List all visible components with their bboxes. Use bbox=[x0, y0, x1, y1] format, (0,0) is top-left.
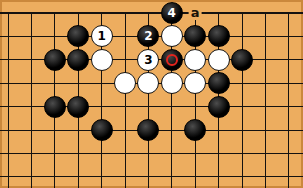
stone-black bbox=[44, 96, 66, 118]
stone-black bbox=[91, 119, 113, 141]
move-number-label: 4 bbox=[168, 6, 176, 20]
grid-line-vertical bbox=[265, 12, 266, 188]
stone-black bbox=[67, 96, 89, 118]
stone-white bbox=[91, 49, 113, 71]
stone-black: 2 bbox=[137, 25, 159, 47]
stone-black: 4 bbox=[161, 2, 183, 24]
circle-marker bbox=[166, 54, 178, 66]
stone-black bbox=[208, 72, 230, 94]
stone-black bbox=[184, 119, 206, 141]
stone-black bbox=[208, 25, 230, 47]
stone-black bbox=[208, 96, 230, 118]
grid-line-vertical bbox=[125, 12, 126, 188]
stone-white bbox=[114, 72, 136, 94]
move-number-label: 2 bbox=[144, 29, 152, 43]
point-label-a: a bbox=[189, 6, 202, 20]
stone-white bbox=[137, 72, 159, 94]
grid-line-vertical bbox=[31, 12, 32, 188]
grid-line-horizontal bbox=[0, 153, 303, 154]
stone-white bbox=[161, 72, 183, 94]
stone-black bbox=[44, 49, 66, 71]
stone-white: 3 bbox=[137, 49, 159, 71]
stone-black bbox=[161, 49, 183, 71]
go-board: 4123a bbox=[0, 0, 303, 188]
stone-black bbox=[137, 119, 159, 141]
grid-line-top-edge bbox=[0, 12, 303, 14]
stone-black bbox=[184, 25, 206, 47]
stone-white bbox=[161, 25, 183, 47]
grid-line-vertical bbox=[288, 12, 289, 188]
move-number-label: 3 bbox=[144, 53, 152, 67]
stone-black bbox=[231, 49, 253, 71]
stone-white bbox=[184, 49, 206, 71]
stone-white bbox=[184, 72, 206, 94]
stone-white bbox=[208, 49, 230, 71]
grid-line-vertical bbox=[242, 12, 243, 188]
stone-white: 1 bbox=[91, 25, 113, 47]
grid-line-vertical bbox=[8, 12, 9, 188]
stone-black bbox=[67, 49, 89, 71]
move-number-label: 1 bbox=[97, 29, 105, 43]
grid-line-horizontal bbox=[0, 176, 303, 177]
stone-black bbox=[67, 25, 89, 47]
